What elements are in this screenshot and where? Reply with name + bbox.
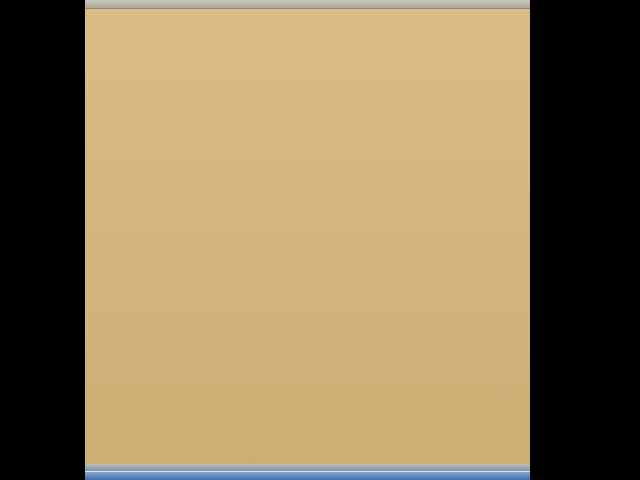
taskbar-edge	[85, 471, 530, 480]
board-grid	[85, 0, 530, 480]
game-window	[85, 0, 530, 480]
window-bottom-edge	[85, 464, 530, 471]
